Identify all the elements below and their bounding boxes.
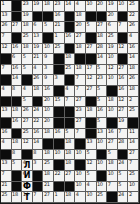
black-cell-r1c1 xyxy=(12,12,23,23)
code-number: 12 xyxy=(108,65,114,70)
letter-cell-r12c3[interactable]: 16 xyxy=(33,129,44,140)
letter-cell-r15c12[interactable]: 7 xyxy=(128,160,139,171)
letter-cell-r0c4[interactable]: 18 xyxy=(43,1,54,12)
letter-cell-r18c0[interactable]: 25 xyxy=(1,192,12,203)
letter-cell-r7c8[interactable]: 12 xyxy=(86,75,97,86)
letter-cell-r4c1[interactable]: 16 xyxy=(12,44,23,55)
code-number: 27 xyxy=(118,65,124,70)
letter-cell-r4c10[interactable]: 19 xyxy=(107,44,118,55)
letter-cell-r12c5[interactable]: 16 xyxy=(54,129,65,140)
letter-cell-r14c5[interactable]: 10 xyxy=(54,150,65,161)
code-number: 27 xyxy=(23,118,29,123)
letter-cell-r2c5[interactable]: 21 xyxy=(54,22,65,33)
letter-cell-r7c1[interactable]: 14 xyxy=(12,75,23,86)
letter-cell-r7c12[interactable]: 26 xyxy=(128,75,139,86)
code-number: 4 xyxy=(65,86,68,91)
code-number: 22 xyxy=(33,118,39,123)
letter-cell-r8c11[interactable]: 16 xyxy=(118,86,129,97)
code-number: 13 xyxy=(97,129,103,134)
letter-cell-r10c1[interactable]: 18 xyxy=(12,107,23,118)
code-number: 18 xyxy=(65,160,71,165)
letter-cell-r17c12[interactable]: 10 xyxy=(128,182,139,193)
letter-cell-r7c9[interactable]: 23 xyxy=(97,75,108,86)
letter-cell-r18c3[interactable]: 7 xyxy=(33,192,44,203)
code-number: 16 xyxy=(65,33,71,38)
code-number: 2 xyxy=(129,192,132,197)
black-cell-r3c8 xyxy=(86,33,97,44)
letter-cell-r6c0[interactable]: 7 xyxy=(1,65,12,76)
code-number: 28 xyxy=(97,44,103,49)
code-number: 10 xyxy=(118,1,124,6)
black-cell-r1c6 xyxy=(65,12,76,23)
code-number: 5 xyxy=(44,22,47,27)
code-number: 18 xyxy=(108,97,114,102)
letter-cell-r5c3[interactable]: 21 xyxy=(33,54,44,65)
letter-cell-r12c11[interactable]: 7 xyxy=(118,129,129,140)
letter-cell-r13c1[interactable]: 18 xyxy=(12,139,23,150)
letter-cell-r2c0[interactable]: 26 xyxy=(1,22,12,33)
letter-cell-r18c7[interactable]: 4 xyxy=(75,192,86,203)
code-number: 27 xyxy=(129,150,135,155)
letter-cell-r4c5[interactable]: 25 xyxy=(54,44,65,55)
letter-cell-r16c12[interactable]: 25 xyxy=(128,171,139,182)
black-cell-r9c8 xyxy=(86,97,97,108)
code-number: 8 xyxy=(33,150,36,155)
code-number: 10 xyxy=(97,139,103,144)
letter-cell-r3c2[interactable]: 25 xyxy=(22,33,33,44)
code-number: 13 xyxy=(2,12,8,17)
letter-cell-r4c12[interactable]: 16 xyxy=(128,44,139,55)
letter-cell-r18c2[interactable]: 14Т xyxy=(22,192,33,203)
black-cell-r16c3 xyxy=(33,171,44,182)
letter-cell-r5c12[interactable]: 14 xyxy=(128,54,139,65)
code-number: 14 xyxy=(129,139,135,144)
code-number: 7 xyxy=(65,97,68,102)
code-number: 12 xyxy=(86,160,92,165)
letter-cell-r12c12[interactable]: 11 xyxy=(128,129,139,140)
letter-cell-r16c10[interactable]: 10 xyxy=(107,171,118,182)
code-number: 26 xyxy=(129,75,135,80)
letter-cell-r3c9[interactable]: 18 xyxy=(97,33,108,44)
code-number: 27 xyxy=(118,107,124,112)
code-number: 20 xyxy=(76,22,82,27)
code-number: 7 xyxy=(2,33,5,38)
letter-cell-r10c4[interactable]: 10 xyxy=(43,107,54,118)
letter-cell-r10c11[interactable]: 27 xyxy=(118,107,129,118)
letter-cell-r18c11[interactable]: 24 xyxy=(118,192,129,203)
code-number: 7 xyxy=(76,129,79,134)
letter-cell-r16c2[interactable]: 6И xyxy=(22,171,33,182)
letter-cell-r2c12[interactable]: 26 xyxy=(128,22,139,33)
letter-cell-r2c11[interactable]: 7 xyxy=(118,22,129,33)
letter-cell-r5c2[interactable]: 5 xyxy=(22,54,33,65)
letter-cell-r6c3[interactable]: 4 xyxy=(33,65,44,76)
black-cell-r15c7 xyxy=(75,160,86,171)
letter-cell-r15c3[interactable]: 3 xyxy=(33,160,44,171)
letter-cell-r13c10[interactable]: 27 xyxy=(107,139,118,150)
code-number: 12 xyxy=(23,139,29,144)
letter-cell-r3c5[interactable]: 1 xyxy=(54,33,65,44)
letter-cell-r1c0[interactable]: 13 xyxy=(1,12,12,23)
letter-cell-r10c9[interactable]: 16 xyxy=(97,107,108,118)
letter-cell-r15c1[interactable]: 5 xyxy=(12,160,23,171)
letter-cell-r0c0[interactable]: 1 xyxy=(1,1,12,12)
letter-cell-r10c12[interactable]: 25 xyxy=(128,107,139,118)
letter-cell-r9c10[interactable]: 18 xyxy=(107,97,118,108)
letter-cell-r12c2[interactable]: 25 xyxy=(22,129,33,140)
letter-cell-r6c8[interactable]: 17 xyxy=(86,65,97,76)
letter-cell-r1c7[interactable]: 18 xyxy=(75,12,86,23)
letter-cell-r14c10[interactable]: 5 xyxy=(107,150,118,161)
code-number: 21 xyxy=(33,54,39,59)
black-cell-r5c8 xyxy=(86,54,97,65)
letter-cell-r12c6[interactable]: 5 xyxy=(65,129,76,140)
letter-cell-r15c9[interactable]: 10 xyxy=(97,160,108,171)
letter-cell-r12c0[interactable]: 16 xyxy=(1,129,12,140)
black-cell-r12c8 xyxy=(86,129,97,140)
letter-cell-r4c9[interactable]: 28 xyxy=(97,44,108,55)
letter-cell-r13c9[interactable]: 10 xyxy=(97,139,108,150)
letter-cell-r9c2[interactable]: 5 xyxy=(22,97,33,108)
letter-cell-r0c12[interactable]: 25 xyxy=(128,1,139,12)
code-number: 25 xyxy=(97,192,103,197)
code-number: 27 xyxy=(97,22,103,27)
letter-cell-r4c2[interactable]: 18 xyxy=(22,44,33,55)
code-number: 1 xyxy=(55,192,58,197)
letter-cell-r10c8[interactable]: 18 xyxy=(86,107,97,118)
letter-cell-r10c7[interactable]: 23 xyxy=(75,107,86,118)
letter-cell-r16c11[interactable]: 5 xyxy=(118,171,129,182)
code-number: 12 xyxy=(2,44,8,49)
letter-cell-r1c10[interactable]: 20 xyxy=(107,12,118,23)
letter-cell-r15c8[interactable]: 12 xyxy=(86,160,97,171)
code-number: 3 xyxy=(44,65,47,70)
black-cell-r1c4 xyxy=(43,12,54,23)
letter-cell-r17c10[interactable]: 7 xyxy=(107,182,118,193)
black-cell-r0c1 xyxy=(12,1,23,12)
code-number: 10 xyxy=(86,1,92,6)
black-cell-r7c6 xyxy=(65,75,76,86)
code-number: 25 xyxy=(44,160,50,165)
letter-cell-r15c0[interactable]: 13 xyxy=(1,160,12,171)
letter-cell-r2c4[interactable]: 5 xyxy=(43,22,54,33)
black-cell-r11c5 xyxy=(54,118,65,129)
letter-cell-r11c3[interactable]: 22 xyxy=(33,118,44,129)
letter-cell-r18c5[interactable]: 1 xyxy=(54,192,65,203)
letter-cell-r9c4[interactable]: 20 xyxy=(43,97,54,108)
letter-cell-r4c7[interactable]: 18 xyxy=(75,44,86,55)
letter-cell-r13c11[interactable]: 28 xyxy=(118,139,129,150)
code-number: 18 xyxy=(76,12,82,17)
letter-cell-r0c10[interactable]: 19 xyxy=(107,1,118,12)
letter-cell-r12c10[interactable]: 16 xyxy=(107,129,118,140)
code-number: 6 xyxy=(12,54,15,59)
letter-cell-r2c1[interactable]: 27 xyxy=(12,22,23,33)
code-number: 5 xyxy=(23,65,26,70)
code-number: 7 xyxy=(2,65,5,70)
letter-cell-r6c1[interactable]: 16 xyxy=(12,65,23,76)
letter-cell-r17c8[interactable]: 4 xyxy=(86,182,97,193)
letter-cell-r1c2[interactable]: 19 xyxy=(22,12,33,23)
letter-cell-r9c9[interactable]: 5 xyxy=(97,97,108,108)
letter-cell-r2c9[interactable]: 27 xyxy=(97,22,108,33)
letter-cell-r0c8[interactable]: 10 xyxy=(86,1,97,12)
black-cell-r1c3 xyxy=(33,12,44,23)
letter-cell-r17c7[interactable]: 10 xyxy=(75,182,86,193)
letter-cell-r1c5[interactable]: 16 xyxy=(54,12,65,23)
letter-cell-r11c11[interactable]: 19 xyxy=(118,118,129,129)
letter-cell-r16c8[interactable]: 5 xyxy=(86,171,97,182)
code-number: 27 xyxy=(76,118,82,123)
letter-cell-r8c7[interactable]: 7 xyxy=(75,86,86,97)
letter-cell-r17c11[interactable]: 5 xyxy=(118,182,129,193)
letter-cell-r13c12[interactable]: 14 xyxy=(128,139,139,150)
black-cell-r1c8 xyxy=(86,12,97,23)
code-number: 20 xyxy=(108,12,114,17)
letter-cell-r14c4[interactable]: 18 xyxy=(43,150,54,161)
letter-cell-r16c5[interactable]: 22 xyxy=(54,171,65,182)
black-cell-r13c7 xyxy=(75,139,86,150)
letter-cell-r8c4[interactable]: 16 xyxy=(43,86,54,97)
letter-cell-r3c7[interactable]: 27 xyxy=(75,33,86,44)
letter-cell-r18c1[interactable]: 18 xyxy=(12,192,23,203)
code-number: 19 xyxy=(23,12,29,17)
letter-cell-r13c3[interactable]: 14 xyxy=(33,139,44,150)
letter-cell-r0c11[interactable]: 10 xyxy=(118,1,129,12)
letter-cell-r15c6[interactable]: 18 xyxy=(65,160,76,171)
letter-cell-r0c2[interactable]: 23 xyxy=(22,1,33,12)
letter-cell-r3c6[interactable]: 16 xyxy=(65,33,76,44)
letter-cell-r4c11[interactable]: 12 xyxy=(118,44,129,55)
letter-cell-r8c2[interactable]: 4 xyxy=(22,86,33,97)
code-number: 19 xyxy=(33,1,39,6)
letter-cell-r9c11[interactable]: 12 xyxy=(118,97,129,108)
letter-cell-r14c3[interactable]: 8 xyxy=(33,150,44,161)
letter-cell-r7c3[interactable]: 26 xyxy=(33,75,44,86)
code-number: 4 xyxy=(76,192,79,197)
letter-cell-r5c9[interactable]: 14 xyxy=(97,54,108,65)
letter-cell-r6c6[interactable]: 25 xyxy=(65,65,76,76)
code-number: 14 xyxy=(97,54,103,59)
letter-cell-r13c6[interactable]: 18 xyxy=(65,139,76,150)
letter-cell-r10c0[interactable]: 13 xyxy=(1,107,12,118)
letter-cell-r10c3[interactable]: 24 xyxy=(33,107,44,118)
code-number: 1 xyxy=(55,33,58,38)
code-number: 27 xyxy=(108,139,114,144)
code-number: 4 xyxy=(2,139,5,144)
code-number: 1 xyxy=(2,1,5,6)
letter-cell-r2c10[interactable]: 6 xyxy=(107,22,118,33)
code-number: 14 xyxy=(65,1,71,6)
black-cell-r11c10 xyxy=(107,118,118,129)
letter-cell-r13c8[interactable]: 13 xyxy=(86,139,97,150)
code-number: 8 xyxy=(12,150,15,155)
letter-cell-r0c7[interactable]: 4 xyxy=(75,1,86,12)
code-number: 7 xyxy=(76,75,79,80)
letter-cell-r16c6[interactable]: 27 xyxy=(65,171,76,182)
letter-cell-r9c12[interactable]: 2 xyxy=(128,97,139,108)
letter-cell-r9c5[interactable]: 15 xyxy=(54,97,65,108)
letter-cell-r8c3[interactable]: 18 xyxy=(33,86,44,97)
code-number: 26 xyxy=(129,22,135,27)
letter-cell-r17c9[interactable]: 10 xyxy=(97,182,108,193)
letter-cell-r18c8[interactable]: 10 xyxy=(86,192,97,203)
letter-cell-r14c7[interactable]: 10 xyxy=(75,150,86,161)
code-number: 7 xyxy=(118,129,121,134)
letter-cell-r11c9[interactable]: 5 xyxy=(97,118,108,129)
letter-cell-r6c7[interactable]: 18 xyxy=(75,65,86,76)
letter-cell-r6c2[interactable]: 5 xyxy=(22,65,33,76)
black-cell-r14c2 xyxy=(22,150,33,161)
letter-cell-r3c12[interactable]: 4 xyxy=(128,33,139,44)
letter-cell-r3c3[interactable]: 13 xyxy=(33,33,44,44)
code-number: 14 xyxy=(12,75,18,80)
letter-cell-r18c9[interactable]: 25 xyxy=(97,192,108,203)
code-number: 16 xyxy=(118,86,124,91)
code-number: 18 xyxy=(65,139,71,144)
letter-cell-r18c4[interactable]: 27 xyxy=(43,192,54,203)
letter-cell-r17c2[interactable]: 17Ф xyxy=(22,182,33,193)
black-cell-r17c6 xyxy=(65,182,76,193)
letter-cell-r4c8[interactable]: 27 xyxy=(86,44,97,55)
letter-cell-r11c7[interactable]: 27 xyxy=(75,118,86,129)
letter-cell-r5c1[interactable]: 6 xyxy=(12,54,23,65)
black-cell-r16c9 xyxy=(97,171,108,182)
letter-cell-r5c4[interactable]: 9 xyxy=(43,54,54,65)
letter-cell-r2c8[interactable]: 5 xyxy=(86,22,97,33)
letter-cell-r18c6[interactable]: 18 xyxy=(65,192,76,203)
black-cell-r9c1 xyxy=(12,97,23,108)
letter-cell-r7c11[interactable]: 16 xyxy=(118,75,129,86)
letter-cell-r8c8[interactable]: 27 xyxy=(86,86,97,97)
letter-cell-r3c10[interactable]: 25 xyxy=(107,33,118,44)
letter-cell-r4c3[interactable]: 19 xyxy=(33,44,44,55)
black-cell-r10c5 xyxy=(54,107,65,118)
letter-cell-r2c2[interactable]: 18 xyxy=(22,22,33,33)
code-number: 8 xyxy=(12,86,15,91)
letter-cell-r13c2[interactable]: 12 xyxy=(22,139,33,150)
code-number: 25 xyxy=(2,192,8,197)
letter-cell-r2c3[interactable]: 6 xyxy=(33,22,44,33)
code-number: 3 xyxy=(55,75,58,80)
code-number: 5 xyxy=(97,86,100,91)
letter-cell-r12c9[interactable]: 13 xyxy=(97,129,108,140)
code-number: 5 xyxy=(97,118,100,123)
letter-cell-r5c6[interactable]: 18 xyxy=(65,54,76,65)
black-cell-r5c0 xyxy=(1,54,12,65)
letter-cell-r11c4[interactable]: 20 xyxy=(43,118,54,129)
letter-cell-r17c0[interactable]: 21 xyxy=(1,182,12,193)
letter-cell-r8c12[interactable]: 18 xyxy=(128,86,139,97)
code-number: 18 xyxy=(44,150,50,155)
letter-cell-r3c0[interactable]: 7 xyxy=(1,33,12,44)
letter-cell-r6c9[interactable]: 5 xyxy=(97,65,108,76)
letter-cell-r8c6[interactable]: 4 xyxy=(65,86,76,97)
letter-cell-r4c4[interactable]: 10 xyxy=(43,44,54,55)
letter-cell-r0c5[interactable]: 23 xyxy=(54,1,65,12)
letter-cell-r6c10[interactable]: 12 xyxy=(107,65,118,76)
letter-cell-r7c7[interactable]: 7 xyxy=(75,75,86,86)
letter-cell-r10c10[interactable]: 10 xyxy=(107,107,118,118)
letter-cell-r15c10[interactable]: 18 xyxy=(107,160,118,171)
letter-cell-r5c10[interactable]: 10 xyxy=(107,54,118,65)
code-number: 4 xyxy=(129,33,132,38)
black-cell-r14c11 xyxy=(118,150,129,161)
letter-cell-r2c7[interactable]: 20 xyxy=(75,22,86,33)
letter-cell-r6c12[interactable]: 18 xyxy=(128,65,139,76)
letter-cell-r14c8[interactable]: 5 xyxy=(86,150,97,161)
code-number: 5 xyxy=(12,160,15,165)
letter-cell-r14c12[interactable]: 27 xyxy=(128,150,139,161)
code-number: 27 xyxy=(76,97,82,102)
code-number: 10 xyxy=(76,182,82,187)
letter-cell-r16c7[interactable]: 10 xyxy=(75,171,86,182)
letter-cell-r7c5[interactable]: 3 xyxy=(54,75,65,86)
letter-cell-r10c2[interactable]: 26 xyxy=(22,107,33,118)
letter-cell-r8c1[interactable]: 8 xyxy=(12,86,23,97)
code-number: 12 xyxy=(118,97,124,102)
letter-cell-r0c3[interactable]: 19 xyxy=(33,1,44,12)
letter-cell-r12c7[interactable]: 7 xyxy=(75,129,86,140)
code-number: 25 xyxy=(55,44,61,49)
letter-cell-r15c11[interactable]: 24 xyxy=(118,160,129,171)
letter-cell-r9c7[interactable]: 27 xyxy=(75,97,86,108)
letter-cell-r0c6[interactable]: 14 xyxy=(65,1,76,12)
letter-cell-r6c11[interactable]: 27 xyxy=(118,65,129,76)
letter-cell-r13c0[interactable]: 4 xyxy=(1,139,12,150)
letter-cell-r9c6[interactable]: 7 xyxy=(65,97,76,108)
black-cell-r5c7 xyxy=(75,54,86,65)
letter-cell-r14c6[interactable]: 18 xyxy=(65,150,76,161)
letter-cell-r4c0[interactable]: 12 xyxy=(1,44,12,55)
letter-cell-r14c1[interactable]: 8 xyxy=(12,150,23,161)
letter-cell-r16c0[interactable]: 7 xyxy=(1,171,12,182)
black-cell-r9c0 xyxy=(1,97,12,108)
black-cell-r18c10 xyxy=(107,192,118,203)
letter-cell-r8c9[interactable]: 5 xyxy=(97,86,108,97)
letter-cell-r7c4[interactable]: 9 xyxy=(43,75,54,86)
letter-cell-r12c4[interactable]: 18 xyxy=(43,129,54,140)
code-number: 10 xyxy=(76,150,82,155)
letter-cell-r1c12[interactable]: 22 xyxy=(128,12,139,23)
letter-cell-r8c0[interactable]: 4 xyxy=(1,86,12,97)
letter-cell-r15c2[interactable]: 4Л xyxy=(22,160,33,171)
code-number: 16 xyxy=(2,129,8,134)
code-number: 19 xyxy=(118,118,124,123)
letter-cell-r6c4[interactable]: 3 xyxy=(43,65,54,76)
black-cell-r11c6 xyxy=(65,118,76,129)
letter-cell-r15c4[interactable]: 25 xyxy=(43,160,54,171)
letter-cell-r17c4[interactable]: 21 xyxy=(43,182,54,193)
letter-cell-r11c1[interactable]: 16 xyxy=(12,118,23,129)
code-number: 16 xyxy=(55,129,61,134)
letter-cell-r16c4[interactable]: 18 xyxy=(43,171,54,182)
code-number: 5 xyxy=(86,150,89,155)
given-letter: Л xyxy=(22,161,32,170)
letter-cell-r0c9[interactable]: 20 xyxy=(97,1,108,12)
letter-cell-r18c12[interactable]: 2 xyxy=(128,192,139,203)
code-number: 20 xyxy=(97,1,103,6)
black-cell-r5c11 xyxy=(118,54,129,65)
code-number: 10 xyxy=(129,182,135,187)
code-number: 7 xyxy=(108,182,111,187)
code-number: 5 xyxy=(65,129,68,134)
code-number: 10 xyxy=(97,182,103,187)
letter-cell-r7c10[interactable]: 10 xyxy=(107,75,118,86)
code-number: 16 xyxy=(44,86,50,91)
letter-cell-r11c2[interactable]: 27 xyxy=(22,118,33,129)
code-number: 13 xyxy=(2,160,8,165)
